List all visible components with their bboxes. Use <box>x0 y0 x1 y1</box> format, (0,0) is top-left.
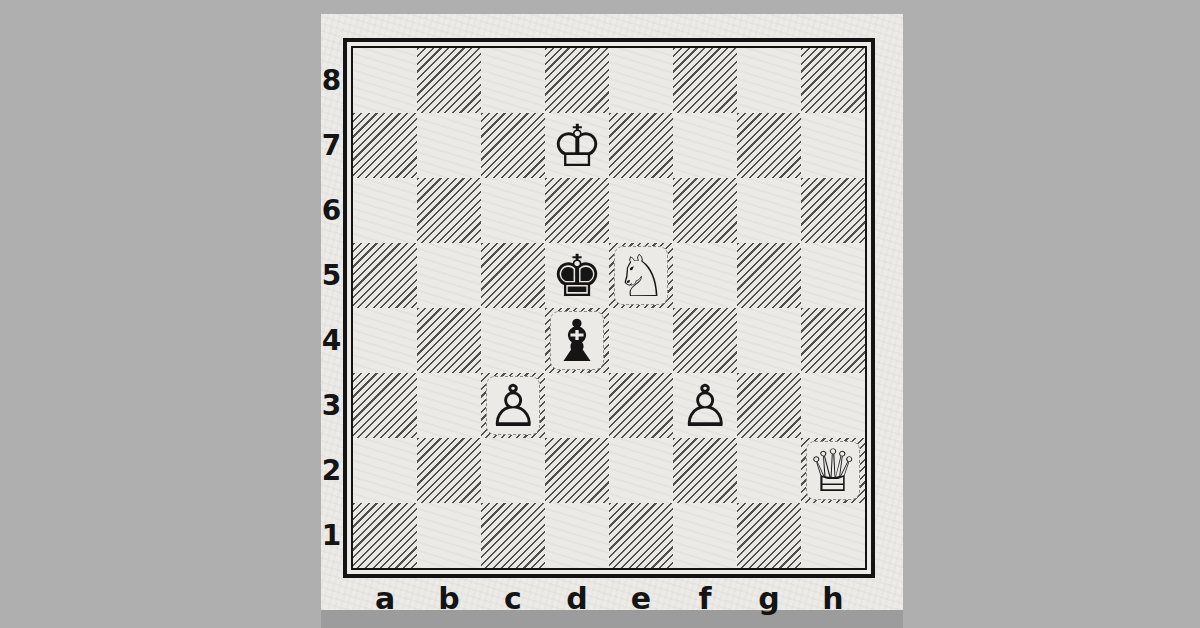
square-e5[interactable]: ♘ <box>609 243 673 308</box>
square-g8[interactable] <box>737 48 801 113</box>
file-label-b: b <box>417 580 481 616</box>
square-d6[interactable] <box>545 178 609 243</box>
rank-labels: 87654321 <box>321 48 342 568</box>
square-b1[interactable] <box>417 503 481 568</box>
square-b6[interactable] <box>417 178 481 243</box>
square-g1[interactable] <box>737 503 801 568</box>
square-d5[interactable]: ♚ <box>545 243 609 308</box>
square-a2[interactable] <box>353 438 417 503</box>
square-a3[interactable] <box>353 373 417 438</box>
square-c7[interactable] <box>481 113 545 178</box>
square-d8[interactable] <box>545 48 609 113</box>
square-g6[interactable] <box>737 178 801 243</box>
square-d1[interactable] <box>545 503 609 568</box>
square-d3[interactable] <box>545 373 609 438</box>
square-h5[interactable] <box>801 243 865 308</box>
square-f7[interactable] <box>673 113 737 178</box>
rank-label-4: 4 <box>321 308 342 373</box>
square-f1[interactable] <box>673 503 737 568</box>
rank-label-5: 5 <box>321 243 342 308</box>
rank-label-1: 1 <box>321 503 342 568</box>
square-e7[interactable] <box>609 113 673 178</box>
file-label-h: h <box>801 580 865 616</box>
piece-white-knight[interactable]: ♘ <box>609 243 673 308</box>
square-b4[interactable] <box>417 308 481 373</box>
file-labels: abcdefgh <box>353 580 865 616</box>
square-b2[interactable] <box>417 438 481 503</box>
square-d4[interactable]: ♝ <box>545 308 609 373</box>
square-d7[interactable]: ♔ <box>545 113 609 178</box>
square-c1[interactable] <box>481 503 545 568</box>
file-label-e: e <box>609 580 673 616</box>
square-d2[interactable] <box>545 438 609 503</box>
square-g2[interactable] <box>737 438 801 503</box>
square-h1[interactable] <box>801 503 865 568</box>
square-e8[interactable] <box>609 48 673 113</box>
rank-label-3: 3 <box>321 373 342 438</box>
rank-label-8: 8 <box>321 48 342 113</box>
square-b7[interactable] <box>417 113 481 178</box>
file-label-a: a <box>353 580 417 616</box>
square-g3[interactable] <box>737 373 801 438</box>
file-label-g: g <box>737 580 801 616</box>
square-f3[interactable]: ♙ <box>673 373 737 438</box>
square-f6[interactable] <box>673 178 737 243</box>
square-a1[interactable] <box>353 503 417 568</box>
square-f5[interactable] <box>673 243 737 308</box>
square-e3[interactable] <box>609 373 673 438</box>
square-a4[interactable] <box>353 308 417 373</box>
square-f4[interactable] <box>673 308 737 373</box>
square-f2[interactable] <box>673 438 737 503</box>
square-b8[interactable] <box>417 48 481 113</box>
file-label-f: f <box>673 580 737 616</box>
square-e1[interactable] <box>609 503 673 568</box>
square-f8[interactable] <box>673 48 737 113</box>
square-c6[interactable] <box>481 178 545 243</box>
piece-white-queen[interactable]: ♕ <box>801 438 865 503</box>
square-a5[interactable] <box>353 243 417 308</box>
file-label-d: d <box>545 580 609 616</box>
square-e4[interactable] <box>609 308 673 373</box>
square-a8[interactable] <box>353 48 417 113</box>
rank-label-6: 6 <box>321 178 342 243</box>
board-frame-inner: ♔♚♘♝♙♙♕ <box>351 46 867 570</box>
piece-white-king[interactable]: ♔ <box>545 113 609 178</box>
square-c4[interactable] <box>481 308 545 373</box>
piece-black-bishop[interactable]: ♝ <box>545 308 609 373</box>
rank-label-2: 2 <box>321 438 342 503</box>
square-g5[interactable] <box>737 243 801 308</box>
file-label-c: c <box>481 580 545 616</box>
page-background: 87654321 ♔♚♘♝♙♙♕ abcdefgh <box>0 0 1200 628</box>
square-h6[interactable] <box>801 178 865 243</box>
board-frame: ♔♚♘♝♙♙♕ <box>343 38 875 578</box>
piece-white-pawn[interactable]: ♙ <box>673 373 737 438</box>
square-h2[interactable]: ♕ <box>801 438 865 503</box>
piece-white-pawn[interactable]: ♙ <box>481 373 545 438</box>
square-g4[interactable] <box>737 308 801 373</box>
square-b3[interactable] <box>417 373 481 438</box>
square-e6[interactable] <box>609 178 673 243</box>
square-h4[interactable] <box>801 308 865 373</box>
square-c5[interactable] <box>481 243 545 308</box>
square-g7[interactable] <box>737 113 801 178</box>
square-c3[interactable]: ♙ <box>481 373 545 438</box>
square-a6[interactable] <box>353 178 417 243</box>
square-h3[interactable] <box>801 373 865 438</box>
diagram-panel: 87654321 ♔♚♘♝♙♙♕ abcdefgh <box>321 14 903 610</box>
square-h7[interactable] <box>801 113 865 178</box>
square-c2[interactable] <box>481 438 545 503</box>
board-grid: ♔♚♘♝♙♙♕ <box>353 48 865 568</box>
square-a7[interactable] <box>353 113 417 178</box>
rank-label-7: 7 <box>321 113 342 178</box>
square-c8[interactable] <box>481 48 545 113</box>
square-h8[interactable] <box>801 48 865 113</box>
square-e2[interactable] <box>609 438 673 503</box>
piece-black-king[interactable]: ♚ <box>545 243 609 308</box>
square-b5[interactable] <box>417 243 481 308</box>
